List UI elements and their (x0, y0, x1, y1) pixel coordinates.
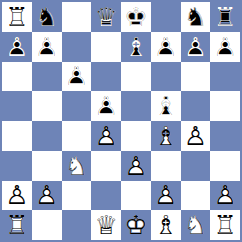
white-rook-piece: ♜♖ (212, 212, 238, 238)
square-e6[interactable] (121, 62, 151, 92)
black-pawn-piece: ♟♙ (212, 34, 238, 60)
square-b3[interactable] (32, 151, 62, 181)
square-h7[interactable]: ♟♙ (210, 32, 240, 62)
square-a5[interactable] (2, 91, 32, 121)
square-c5[interactable] (62, 91, 92, 121)
square-d1[interactable]: ♛♕ (91, 210, 121, 240)
square-e8[interactable]: ♚♔ (121, 2, 151, 32)
square-f7[interactable]: ♟♙ (151, 32, 181, 62)
white-pawn-piece: ♟♙ (153, 182, 179, 208)
black-bishop-piece: ♝♗ (153, 93, 179, 119)
black-pawn-piece: ♟♙ (34, 34, 60, 60)
square-f2[interactable]: ♟♙ (151, 181, 181, 211)
white-pawn-piece: ♟♙ (182, 123, 208, 149)
square-c7[interactable] (62, 32, 92, 62)
white-rook-piece: ♜♖ (4, 212, 30, 238)
black-rook-piece: ♜♖ (212, 4, 238, 30)
chess-board: ♜♖♞♘♛♕♚♔♞♘♜♖♟♙♟♙♝♗♟♙♟♙♟♙♟♙♟♙♝♗♟♙♝♗♟♙♞♘♟♙… (0, 0, 242, 242)
square-d5[interactable]: ♟♙ (91, 91, 121, 121)
white-knight-piece: ♞♘ (63, 153, 89, 179)
black-pawn-piece: ♟♙ (93, 93, 119, 119)
black-knight-piece: ♞♘ (34, 4, 60, 30)
square-c3[interactable]: ♞♘ (62, 151, 92, 181)
white-pawn-piece: ♟♙ (34, 182, 60, 208)
square-e1[interactable]: ♚♔ (121, 210, 151, 240)
black-pawn-piece: ♟♙ (153, 34, 179, 60)
square-h4[interactable] (210, 121, 240, 151)
square-g3[interactable] (181, 151, 211, 181)
square-g1[interactable]: ♞♘ (181, 210, 211, 240)
white-pawn-piece: ♟♙ (4, 182, 30, 208)
square-h3[interactable] (210, 151, 240, 181)
white-bishop-piece: ♝♗ (153, 212, 179, 238)
square-a2[interactable]: ♟♙ (2, 181, 32, 211)
square-c8[interactable] (62, 2, 92, 32)
white-knight-piece: ♞♘ (182, 212, 208, 238)
square-b7[interactable]: ♟♙ (32, 32, 62, 62)
square-d3[interactable] (91, 151, 121, 181)
square-f3[interactable] (151, 151, 181, 181)
square-a3[interactable] (2, 151, 32, 181)
square-g5[interactable] (181, 91, 211, 121)
black-king-piece: ♚♔ (123, 4, 149, 30)
black-pawn-piece: ♟♙ (4, 34, 30, 60)
square-a6[interactable] (2, 62, 32, 92)
square-b4[interactable] (32, 121, 62, 151)
square-f5[interactable]: ♝♗ (151, 91, 181, 121)
square-a1[interactable]: ♜♖ (2, 210, 32, 240)
square-e7[interactable]: ♝♗ (121, 32, 151, 62)
square-h2[interactable]: ♟♙ (210, 181, 240, 211)
square-e2[interactable] (121, 181, 151, 211)
black-queen-piece: ♛♕ (93, 4, 119, 30)
square-a4[interactable] (2, 121, 32, 151)
square-a8[interactable]: ♜♖ (2, 2, 32, 32)
square-c6[interactable]: ♟♙ (62, 62, 92, 92)
square-c4[interactable] (62, 121, 92, 151)
square-c2[interactable] (62, 181, 92, 211)
white-pawn-piece: ♟♙ (93, 123, 119, 149)
square-c1[interactable] (62, 210, 92, 240)
square-b6[interactable] (32, 62, 62, 92)
white-pawn-piece: ♟♙ (123, 153, 149, 179)
square-d6[interactable] (91, 62, 121, 92)
square-h6[interactable] (210, 62, 240, 92)
square-h8[interactable]: ♜♖ (210, 2, 240, 32)
square-b1[interactable] (32, 210, 62, 240)
square-f6[interactable] (151, 62, 181, 92)
square-a7[interactable]: ♟♙ (2, 32, 32, 62)
white-pawn-piece: ♟♙ (212, 182, 238, 208)
square-h1[interactable]: ♜♖ (210, 210, 240, 240)
white-king-piece: ♚♔ (123, 212, 149, 238)
square-h5[interactable] (210, 91, 240, 121)
square-e3[interactable]: ♟♙ (121, 151, 151, 181)
white-bishop-piece: ♝♗ (153, 123, 179, 149)
square-f1[interactable]: ♝♗ (151, 210, 181, 240)
square-g2[interactable] (181, 181, 211, 211)
square-g6[interactable] (181, 62, 211, 92)
square-g8[interactable]: ♞♘ (181, 2, 211, 32)
square-f8[interactable] (151, 2, 181, 32)
white-queen-piece: ♛♕ (93, 212, 119, 238)
square-d7[interactable] (91, 32, 121, 62)
square-g7[interactable]: ♟♙ (181, 32, 211, 62)
square-d4[interactable]: ♟♙ (91, 121, 121, 151)
square-b8[interactable]: ♞♘ (32, 2, 62, 32)
square-d2[interactable] (91, 181, 121, 211)
black-pawn-piece: ♟♙ (63, 63, 89, 89)
black-knight-piece: ♞♘ (182, 4, 208, 30)
black-bishop-piece: ♝♗ (123, 34, 149, 60)
square-e4[interactable] (121, 121, 151, 151)
square-e5[interactable] (121, 91, 151, 121)
square-f4[interactable]: ♝♗ (151, 121, 181, 151)
square-d8[interactable]: ♛♕ (91, 2, 121, 32)
square-g4[interactable]: ♟♙ (181, 121, 211, 151)
white-rook-piece: ♜♖ (4, 4, 30, 30)
black-pawn-piece: ♟♙ (182, 34, 208, 60)
square-b2[interactable]: ♟♙ (32, 181, 62, 211)
square-b5[interactable] (32, 91, 62, 121)
